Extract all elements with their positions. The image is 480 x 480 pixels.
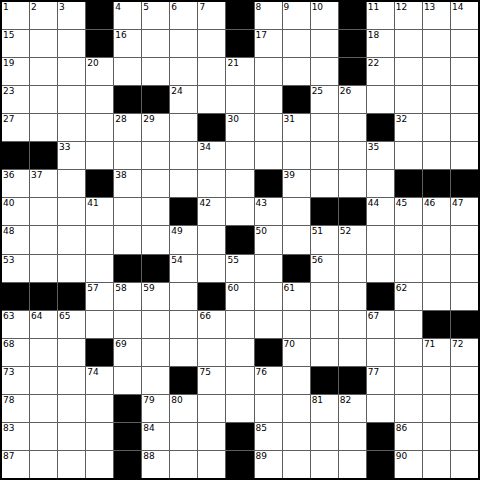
- cell-r4c2[interactable]: [30, 86, 57, 113]
- cell-r1c5[interactable]: 4: [114, 2, 141, 29]
- cell-r8c14[interactable]: 44: [367, 198, 394, 225]
- cell-r16c16[interactable]: [423, 423, 450, 450]
- cell-r5c7[interactable]: [170, 114, 197, 141]
- cell-r10c3[interactable]: [58, 255, 85, 282]
- cell-r4c13[interactable]: 26: [339, 86, 366, 113]
- cell-r1c10[interactable]: 8: [255, 2, 282, 29]
- cell-r3c12[interactable]: [311, 58, 338, 85]
- cell-r9c5[interactable]: [114, 226, 141, 253]
- cell-r5c6[interactable]: 29: [142, 114, 169, 141]
- cell-r7c2[interactable]: 37: [30, 170, 57, 197]
- cell-r1c1[interactable]: 1: [2, 2, 29, 29]
- cell-r15c3[interactable]: [58, 395, 85, 422]
- cell-r1c3[interactable]: 3: [58, 2, 85, 29]
- cell-r16c4[interactable]: [86, 423, 113, 450]
- black-square-r1c9: [226, 2, 253, 29]
- cell-r12c6[interactable]: [142, 311, 169, 338]
- cell-r14c9[interactable]: [226, 367, 253, 394]
- cell-r5c1[interactable]: 27: [2, 114, 29, 141]
- cell-r10c14[interactable]: [367, 255, 394, 282]
- cell-r12c3[interactable]: 65: [58, 311, 85, 338]
- cell-r16c12[interactable]: [311, 423, 338, 450]
- cell-r16c15[interactable]: 86: [395, 423, 422, 450]
- cell-r8c11[interactable]: [283, 198, 310, 225]
- cell-r15c15[interactable]: [395, 395, 422, 422]
- cell-r2c17[interactable]: [451, 30, 478, 57]
- cell-r15c16[interactable]: [423, 395, 450, 422]
- cell-r3c9[interactable]: 21: [226, 58, 253, 85]
- black-square-r10c6: [142, 255, 169, 282]
- cell-r12c12[interactable]: [311, 311, 338, 338]
- clue-number-27: 27: [3, 114, 14, 124]
- cell-r15c9[interactable]: [226, 395, 253, 422]
- clue-number-87: 87: [3, 451, 14, 461]
- cell-r11c7[interactable]: [170, 283, 197, 310]
- cell-r14c15[interactable]: [395, 367, 422, 394]
- cell-r10c13[interactable]: [339, 255, 366, 282]
- cell-r8c3[interactable]: [58, 198, 85, 225]
- cell-r11c11[interactable]: 61: [283, 283, 310, 310]
- cell-r1c14[interactable]: 11: [367, 2, 394, 29]
- clue-number-15: 15: [3, 30, 14, 40]
- cell-r14c5[interactable]: [114, 367, 141, 394]
- cell-r1c8[interactable]: 7: [198, 2, 225, 29]
- cell-r14c8[interactable]: 75: [198, 367, 225, 394]
- clue-number-81: 81: [312, 395, 323, 405]
- cell-r10c8[interactable]: [198, 255, 225, 282]
- cell-r3c4[interactable]: 20: [86, 58, 113, 85]
- cell-r13c2[interactable]: [30, 339, 57, 366]
- cell-r12c10[interactable]: [255, 311, 282, 338]
- cell-r13c3[interactable]: [58, 339, 85, 366]
- cell-r13c9[interactable]: [226, 339, 253, 366]
- clue-number-48: 48: [3, 226, 14, 236]
- clue-number-74: 74: [87, 367, 98, 377]
- cell-r1c6[interactable]: 5: [142, 2, 169, 29]
- clue-number-43: 43: [256, 198, 267, 208]
- cell-r9c8[interactable]: [198, 226, 225, 253]
- black-square-r10c11: [283, 255, 310, 282]
- cell-r12c13[interactable]: [339, 311, 366, 338]
- cell-r2c10[interactable]: 17: [255, 30, 282, 57]
- cell-r4c10[interactable]: [255, 86, 282, 113]
- cell-r1c15[interactable]: 12: [395, 2, 422, 29]
- cell-r7c3[interactable]: [58, 170, 85, 197]
- cell-r10c9[interactable]: 55: [226, 255, 253, 282]
- cell-r9c4[interactable]: [86, 226, 113, 253]
- clue-number-80: 80: [171, 395, 182, 405]
- cell-r6c3[interactable]: 33: [58, 142, 85, 169]
- cell-r6c14[interactable]: 35: [367, 142, 394, 169]
- cell-r3c16[interactable]: [423, 58, 450, 85]
- cell-r12c2[interactable]: 64: [30, 311, 57, 338]
- black-square-r16c9: [226, 423, 253, 450]
- clue-number-69: 69: [115, 339, 126, 349]
- black-square-r14c13: [339, 367, 366, 394]
- cell-r12c4[interactable]: [86, 311, 113, 338]
- cell-r17c10[interactable]: 89: [255, 451, 282, 478]
- cell-r16c11[interactable]: [283, 423, 310, 450]
- cell-r5c15[interactable]: 32: [395, 114, 422, 141]
- black-square-r11c8: [198, 283, 225, 310]
- cell-r9c16[interactable]: [423, 226, 450, 253]
- cell-r6c10[interactable]: [255, 142, 282, 169]
- cell-r4c3[interactable]: [58, 86, 85, 113]
- black-square-r4c6: [142, 86, 169, 113]
- cell-r17c15[interactable]: 90: [395, 451, 422, 478]
- cell-r6c15[interactable]: [395, 142, 422, 169]
- black-square-r5c8: [198, 114, 225, 141]
- cell-r16c1[interactable]: 83: [2, 423, 29, 450]
- cell-r1c11[interactable]: 9: [283, 2, 310, 29]
- cell-r5c12[interactable]: [311, 114, 338, 141]
- cell-r8c5[interactable]: [114, 198, 141, 225]
- cell-r6c4[interactable]: [86, 142, 113, 169]
- cell-r16c2[interactable]: [30, 423, 57, 450]
- cell-r2c3[interactable]: [58, 30, 85, 57]
- cell-r12c14[interactable]: 67: [367, 311, 394, 338]
- cell-r16c13[interactable]: [339, 423, 366, 450]
- cell-r6c12[interactable]: [311, 142, 338, 169]
- black-square-r12c16: [423, 311, 450, 338]
- cell-r14c1[interactable]: 73: [2, 367, 29, 394]
- cell-r6c5[interactable]: [114, 142, 141, 169]
- cell-r15c17[interactable]: [451, 395, 478, 422]
- clue-number-63: 63: [3, 311, 14, 321]
- cell-r5c5[interactable]: 28: [114, 114, 141, 141]
- clue-number-84: 84: [143, 423, 154, 433]
- clue-number-45: 45: [396, 198, 407, 208]
- cell-r2c1[interactable]: 15: [2, 30, 29, 57]
- cell-r10c12[interactable]: 56: [311, 255, 338, 282]
- cell-r4c9[interactable]: [226, 86, 253, 113]
- cell-r17c8[interactable]: [198, 451, 225, 478]
- clue-number-16: 16: [115, 30, 126, 40]
- black-square-r2c9: [226, 30, 253, 57]
- cell-r12c9[interactable]: [226, 311, 253, 338]
- cell-r1c7[interactable]: 6: [170, 2, 197, 29]
- cell-r6c9[interactable]: [226, 142, 253, 169]
- clue-number-11: 11: [368, 2, 379, 12]
- cell-r9c13[interactable]: 52: [339, 226, 366, 253]
- clue-number-14: 14: [452, 2, 463, 12]
- cell-r9c11[interactable]: [283, 226, 310, 253]
- clue-number-71: 71: [424, 339, 435, 349]
- cell-r11c10[interactable]: [255, 283, 282, 310]
- cell-r6c11[interactable]: [283, 142, 310, 169]
- cell-r16c7[interactable]: [170, 423, 197, 450]
- cell-r6c13[interactable]: [339, 142, 366, 169]
- cell-r12c7[interactable]: [170, 311, 197, 338]
- cell-r13c17[interactable]: 72: [451, 339, 478, 366]
- cell-r11c12[interactable]: [311, 283, 338, 310]
- cell-r15c6[interactable]: 79: [142, 395, 169, 422]
- black-square-r12c17: [451, 311, 478, 338]
- cell-r3c5[interactable]: [114, 58, 141, 85]
- cell-r4c1[interactable]: 23: [2, 86, 29, 113]
- cell-r1c2[interactable]: 2: [30, 2, 57, 29]
- clue-number-76: 76: [256, 367, 267, 377]
- cell-r12c15[interactable]: [395, 311, 422, 338]
- cell-r15c13[interactable]: 82: [339, 395, 366, 422]
- cell-r3c6[interactable]: [142, 58, 169, 85]
- cell-r13c8[interactable]: [198, 339, 225, 366]
- cell-r8c17[interactable]: 47: [451, 198, 478, 225]
- cell-r14c16[interactable]: [423, 367, 450, 394]
- cell-r12c8[interactable]: 66: [198, 311, 225, 338]
- cell-r6c17[interactable]: [451, 142, 478, 169]
- cell-r9c7[interactable]: 49: [170, 226, 197, 253]
- cell-r17c16[interactable]: [423, 451, 450, 478]
- cell-r8c10[interactable]: 43: [255, 198, 282, 225]
- cell-r10c7[interactable]: 54: [170, 255, 197, 282]
- cell-r4c16[interactable]: [423, 86, 450, 113]
- black-square-r7c10: [255, 170, 282, 197]
- clue-number-56: 56: [312, 255, 323, 265]
- cell-r5c11[interactable]: 31: [283, 114, 310, 141]
- cell-r7c7[interactable]: [170, 170, 197, 197]
- clue-number-22: 22: [368, 58, 379, 68]
- cell-r5c2[interactable]: [30, 114, 57, 141]
- clue-number-67: 67: [368, 311, 379, 321]
- cell-r17c17[interactable]: [451, 451, 478, 478]
- cell-r8c15[interactable]: 45: [395, 198, 422, 225]
- black-square-r3c13: [339, 58, 366, 85]
- cell-r15c1[interactable]: 78: [2, 395, 29, 422]
- cell-r15c8[interactable]: [198, 395, 225, 422]
- cell-r8c4[interactable]: 41: [86, 198, 113, 225]
- cell-r7c5[interactable]: 38: [114, 170, 141, 197]
- cell-r4c17[interactable]: [451, 86, 478, 113]
- cell-r3c14[interactable]: 22: [367, 58, 394, 85]
- clue-number-20: 20: [87, 58, 98, 68]
- cell-r17c1[interactable]: 87: [2, 451, 29, 478]
- cell-r9c17[interactable]: [451, 226, 478, 253]
- black-square-r1c4: [86, 2, 113, 29]
- cell-r16c8[interactable]: [198, 423, 225, 450]
- cell-r15c12[interactable]: 81: [311, 395, 338, 422]
- cell-r1c12[interactable]: 10: [311, 2, 338, 29]
- cell-r5c4[interactable]: [86, 114, 113, 141]
- cell-r14c3[interactable]: [58, 367, 85, 394]
- clue-number-72: 72: [452, 339, 463, 349]
- black-square-r17c9: [226, 451, 253, 478]
- cell-r11c15[interactable]: 62: [395, 283, 422, 310]
- cell-r12c1[interactable]: 63: [2, 311, 29, 338]
- clue-number-33: 33: [59, 142, 70, 152]
- cell-r10c16[interactable]: [423, 255, 450, 282]
- cell-r17c11[interactable]: [283, 451, 310, 478]
- cell-r7c8[interactable]: [198, 170, 225, 197]
- cell-r4c12[interactable]: 25: [311, 86, 338, 113]
- cell-r9c6[interactable]: [142, 226, 169, 253]
- cell-r8c2[interactable]: [30, 198, 57, 225]
- clue-number-3: 3: [59, 2, 65, 12]
- cell-r7c13[interactable]: [339, 170, 366, 197]
- clue-number-54: 54: [171, 255, 182, 265]
- cell-r3c7[interactable]: [170, 58, 197, 85]
- cell-r15c2[interactable]: [30, 395, 57, 422]
- black-square-r4c5: [114, 86, 141, 113]
- black-square-r13c4: [86, 339, 113, 366]
- cell-r2c12[interactable]: [311, 30, 338, 57]
- cell-r9c10[interactable]: 50: [255, 226, 282, 253]
- cell-r11c4[interactable]: 57: [86, 283, 113, 310]
- cell-r5c3[interactable]: [58, 114, 85, 141]
- cell-r4c4[interactable]: [86, 86, 113, 113]
- cell-r3c3[interactable]: [58, 58, 85, 85]
- cell-r13c15[interactable]: [395, 339, 422, 366]
- cell-r9c1[interactable]: 48: [2, 226, 29, 253]
- cell-r11c16[interactable]: [423, 283, 450, 310]
- cell-r13c12[interactable]: [311, 339, 338, 366]
- cell-r14c6[interactable]: [142, 367, 169, 394]
- black-square-r7c17: [451, 170, 478, 197]
- cell-r5c13[interactable]: [339, 114, 366, 141]
- cell-r8c16[interactable]: 46: [423, 198, 450, 225]
- cell-r15c7[interactable]: 80: [170, 395, 197, 422]
- cell-r9c15[interactable]: [395, 226, 422, 253]
- clue-number-40: 40: [3, 198, 14, 208]
- cell-r15c4[interactable]: [86, 395, 113, 422]
- cell-r6c6[interactable]: [142, 142, 169, 169]
- cell-r11c9[interactable]: 60: [226, 283, 253, 310]
- cell-r2c15[interactable]: [395, 30, 422, 57]
- cell-r17c6[interactable]: 88: [142, 451, 169, 478]
- cell-r9c2[interactable]: [30, 226, 57, 253]
- cell-r11c5[interactable]: 58: [114, 283, 141, 310]
- cell-r6c8[interactable]: 34: [198, 142, 225, 169]
- cell-r4c7[interactable]: 24: [170, 86, 197, 113]
- cell-r14c2[interactable]: [30, 367, 57, 394]
- cell-r14c10[interactable]: 76: [255, 367, 282, 394]
- cell-r9c12[interactable]: 51: [311, 226, 338, 253]
- cell-r17c13[interactable]: [339, 451, 366, 478]
- cell-r10c17[interactable]: [451, 255, 478, 282]
- cell-r13c14[interactable]: [367, 339, 394, 366]
- cell-r6c16[interactable]: [423, 142, 450, 169]
- cell-r5c17[interactable]: [451, 114, 478, 141]
- clue-number-47: 47: [452, 198, 463, 208]
- cell-r6c7[interactable]: [170, 142, 197, 169]
- cell-r7c1[interactable]: 36: [2, 170, 29, 197]
- cell-r11c6[interactable]: 59: [142, 283, 169, 310]
- cell-r13c11[interactable]: 70: [283, 339, 310, 366]
- cell-r13c1[interactable]: 68: [2, 339, 29, 366]
- cell-r17c2[interactable]: [30, 451, 57, 478]
- cell-r3c11[interactable]: [283, 58, 310, 85]
- cell-r14c11[interactable]: [283, 367, 310, 394]
- cell-r8c8[interactable]: 42: [198, 198, 225, 225]
- cell-r17c4[interactable]: [86, 451, 113, 478]
- cell-r8c6[interactable]: [142, 198, 169, 225]
- cell-r16c17[interactable]: [451, 423, 478, 450]
- clue-number-29: 29: [143, 114, 154, 124]
- cell-r17c12[interactable]: [311, 451, 338, 478]
- cell-r12c11[interactable]: [283, 311, 310, 338]
- cell-r2c2[interactable]: [30, 30, 57, 57]
- cell-r3c15[interactable]: [395, 58, 422, 85]
- clue-number-4: 4: [115, 2, 121, 12]
- clue-number-90: 90: [396, 451, 407, 461]
- cell-r1c16[interactable]: 13: [423, 2, 450, 29]
- cell-r13c5[interactable]: 69: [114, 339, 141, 366]
- cell-r10c15[interactable]: [395, 255, 422, 282]
- cell-r15c10[interactable]: [255, 395, 282, 422]
- cell-r14c17[interactable]: [451, 367, 478, 394]
- cell-r16c10[interactable]: 85: [255, 423, 282, 450]
- cell-r14c14[interactable]: 77: [367, 367, 394, 394]
- cell-r7c9[interactable]: [226, 170, 253, 197]
- cell-r4c8[interactable]: [198, 86, 225, 113]
- cell-r5c10[interactable]: [255, 114, 282, 141]
- cell-r12c5[interactable]: [114, 311, 141, 338]
- cell-r2c8[interactable]: [198, 30, 225, 57]
- cell-r17c3[interactable]: [58, 451, 85, 478]
- cell-r2c5[interactable]: 16: [114, 30, 141, 57]
- black-square-r16c5: [114, 423, 141, 450]
- cell-r7c12[interactable]: [311, 170, 338, 197]
- cell-r7c6[interactable]: [142, 170, 169, 197]
- clue-number-38: 38: [115, 170, 126, 180]
- cell-r3c8[interactable]: [198, 58, 225, 85]
- cell-r2c6[interactable]: [142, 30, 169, 57]
- cell-r3c2[interactable]: [30, 58, 57, 85]
- cell-r2c11[interactable]: [283, 30, 310, 57]
- cell-r15c14[interactable]: [367, 395, 394, 422]
- black-square-r5c14: [367, 114, 394, 141]
- cell-r2c14[interactable]: 18: [367, 30, 394, 57]
- cell-r10c4[interactable]: [86, 255, 113, 282]
- cell-r3c1[interactable]: 19: [2, 58, 29, 85]
- cell-r10c10[interactable]: [255, 255, 282, 282]
- cell-r9c3[interactable]: [58, 226, 85, 253]
- cell-r11c13[interactable]: [339, 283, 366, 310]
- black-square-r7c4: [86, 170, 113, 197]
- cell-r8c1[interactable]: 40: [2, 198, 29, 225]
- cell-r2c7[interactable]: [170, 30, 197, 57]
- cell-r13c13[interactable]: [339, 339, 366, 366]
- cell-r11c17[interactable]: [451, 283, 478, 310]
- cell-r5c9[interactable]: 30: [226, 114, 253, 141]
- cell-r17c7[interactable]: [170, 451, 197, 478]
- cell-r14c4[interactable]: 74: [86, 367, 113, 394]
- clue-number-42: 42: [199, 198, 210, 208]
- cell-r13c6[interactable]: [142, 339, 169, 366]
- clue-number-64: 64: [31, 311, 42, 321]
- cell-r4c15[interactable]: [395, 86, 422, 113]
- clue-number-5: 5: [143, 2, 149, 12]
- cell-r16c3[interactable]: [58, 423, 85, 450]
- cell-r7c14[interactable]: [367, 170, 394, 197]
- cell-r4c14[interactable]: [367, 86, 394, 113]
- cell-r13c7[interactable]: [170, 339, 197, 366]
- cell-r5c16[interactable]: [423, 114, 450, 141]
- cell-r9c14[interactable]: [367, 226, 394, 253]
- cell-r1c17[interactable]: 14: [451, 2, 478, 29]
- cell-r10c2[interactable]: [30, 255, 57, 282]
- cell-r10c1[interactable]: 53: [2, 255, 29, 282]
- cell-r7c11[interactable]: 39: [283, 170, 310, 197]
- cell-r15c11[interactable]: [283, 395, 310, 422]
- cell-r2c16[interactable]: [423, 30, 450, 57]
- cell-r8c9[interactable]: [226, 198, 253, 225]
- cell-r3c17[interactable]: [451, 58, 478, 85]
- clue-number-83: 83: [3, 423, 14, 433]
- cell-r3c10[interactable]: [255, 58, 282, 85]
- cell-r16c6[interactable]: 84: [142, 423, 169, 450]
- cell-r13c16[interactable]: 71: [423, 339, 450, 366]
